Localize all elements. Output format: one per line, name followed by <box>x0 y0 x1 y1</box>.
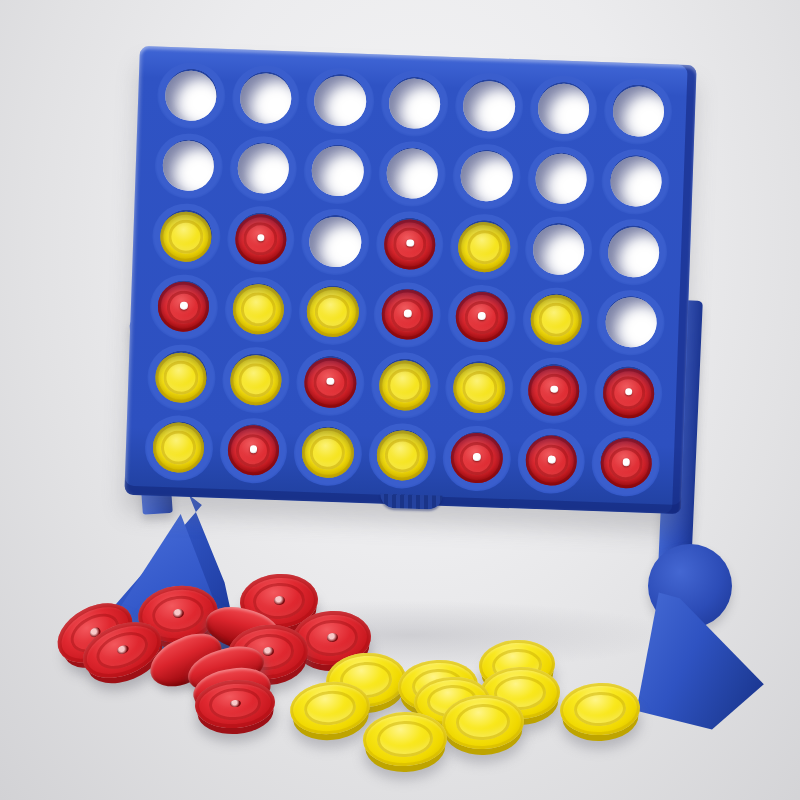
cell-row5-col1[interactable] <box>143 341 219 413</box>
yellow-disc-in-board <box>232 284 285 336</box>
empty-hole <box>388 78 441 130</box>
cell-row2-col4[interactable] <box>374 138 450 210</box>
cell-row5-col4[interactable] <box>367 349 443 421</box>
yellow-disc-in-board <box>152 422 205 474</box>
hole-rim <box>218 417 288 485</box>
hole-rim <box>226 205 296 273</box>
cell-row4-col1[interactable] <box>146 271 222 343</box>
cell-row3-col5[interactable] <box>446 211 522 283</box>
yellow-disc-in-board <box>301 427 354 479</box>
red-disc-in-board <box>455 292 508 344</box>
cell-row3-col4[interactable] <box>372 208 448 280</box>
hole-rim <box>516 427 586 495</box>
scene <box>0 0 800 800</box>
cell-row1-col2[interactable] <box>228 62 304 134</box>
cell-row2-col1[interactable] <box>151 130 227 202</box>
cell-row1-col5[interactable] <box>451 70 527 142</box>
cell-row6-col6[interactable] <box>513 425 589 497</box>
red-disc-in-board <box>599 438 652 490</box>
hole-rim <box>593 359 663 427</box>
cell-row5-col5[interactable] <box>441 352 517 424</box>
hole-rim <box>529 75 599 143</box>
hole-rim <box>228 135 298 203</box>
empty-hole <box>239 72 292 124</box>
red-disc-in-board <box>525 435 578 487</box>
empty-hole <box>532 224 585 276</box>
red-disc-in-board <box>602 367 655 419</box>
hole-rim <box>526 145 596 213</box>
yellow-disc-in-board <box>229 354 282 406</box>
hole-rim <box>591 430 661 498</box>
board-bottom-latch <box>380 494 442 510</box>
red-disc-in-board <box>157 281 210 333</box>
empty-hole <box>460 151 513 203</box>
board-grid <box>141 60 676 500</box>
hole-rim <box>149 273 219 341</box>
cell-row2-col7[interactable] <box>598 146 674 218</box>
hole-rim <box>151 203 221 271</box>
yellow-disc-in-board <box>376 430 429 482</box>
hole-rim <box>295 349 365 417</box>
yellow-disc-in-board <box>530 294 583 346</box>
hole-rim <box>303 137 373 205</box>
cell-row1-col7[interactable] <box>600 75 676 147</box>
cell-row3-col2[interactable] <box>223 203 299 275</box>
empty-hole <box>309 216 362 268</box>
hole-rim <box>521 286 591 354</box>
empty-hole <box>463 80 516 132</box>
hole-rim <box>144 414 214 482</box>
cell-row6-col4[interactable] <box>364 420 440 492</box>
cell-row6-col3[interactable] <box>290 417 366 489</box>
cell-row3-col1[interactable] <box>148 200 224 272</box>
yellow-disc-in-board <box>155 352 208 404</box>
cell-row3-col3[interactable] <box>297 206 373 278</box>
hole-rim <box>454 72 524 140</box>
yellow-disc-in-board <box>378 359 431 411</box>
empty-hole <box>165 70 218 122</box>
hole-rim <box>452 143 522 211</box>
cell-row5-col6[interactable] <box>516 354 592 426</box>
cell-row4-col2[interactable] <box>220 274 296 346</box>
yellow-disc-in-board <box>458 221 511 273</box>
hole-rim <box>367 422 437 490</box>
empty-hole <box>537 83 590 135</box>
cell-row5-col2[interactable] <box>218 344 294 416</box>
hole-rim <box>603 77 673 145</box>
yellow-disc-in-board <box>453 362 506 414</box>
connect-four-board <box>124 46 696 514</box>
cell-row2-col6[interactable] <box>523 143 599 215</box>
hole-rim <box>156 62 226 130</box>
hole-rim <box>298 278 368 346</box>
hole-rim <box>293 419 363 487</box>
cell-row4-col6[interactable] <box>518 284 594 356</box>
empty-hole <box>609 156 662 208</box>
hole-rim <box>300 208 370 276</box>
cell-row5-col3[interactable] <box>292 347 368 419</box>
hole-rim <box>231 64 301 132</box>
hole-rim <box>524 216 594 284</box>
hole-rim <box>305 67 375 135</box>
hole-rim <box>372 281 442 349</box>
cell-row4-col3[interactable] <box>295 276 371 348</box>
cell-row6-col5[interactable] <box>439 422 515 494</box>
empty-hole <box>535 153 588 205</box>
cell-row6-col7[interactable] <box>588 427 664 499</box>
cell-row4-col7[interactable] <box>593 287 669 359</box>
empty-hole <box>237 143 290 195</box>
cell-row1-col3[interactable] <box>302 65 378 137</box>
hole-rim <box>601 148 671 216</box>
hole-rim <box>519 356 589 424</box>
hole-rim <box>223 276 293 344</box>
hole-rim <box>447 283 517 351</box>
cell-row1-col6[interactable] <box>526 73 602 145</box>
loose-yellow-disc-6[interactable] <box>559 681 642 737</box>
cell-row5-col7[interactable] <box>590 357 666 429</box>
hole-rim <box>146 343 216 411</box>
hole-rim <box>221 346 291 414</box>
hole-rim <box>598 218 668 286</box>
loose-yellow-disc-8[interactable] <box>441 694 525 751</box>
hole-rim <box>449 213 519 281</box>
cell-row4-col4[interactable] <box>369 279 445 351</box>
hole-rim <box>375 210 445 278</box>
hole-rim <box>596 289 666 357</box>
hole-rim <box>154 132 224 200</box>
empty-hole <box>604 297 657 349</box>
cell-row2-col3[interactable] <box>300 135 376 207</box>
empty-hole <box>162 140 215 192</box>
cell-row3-col7[interactable] <box>595 216 671 288</box>
hole-rim <box>444 354 514 422</box>
cell-row2-col5[interactable] <box>449 140 525 212</box>
yellow-disc-in-board <box>306 286 359 338</box>
hole-rim <box>377 140 447 208</box>
red-disc-in-board <box>527 365 580 417</box>
empty-hole <box>607 226 660 278</box>
empty-hole <box>311 145 364 197</box>
hole-rim <box>380 69 450 137</box>
red-disc-in-board <box>450 432 503 484</box>
red-disc-in-board <box>234 213 287 265</box>
hole-rim <box>370 351 440 419</box>
empty-hole <box>386 148 439 200</box>
red-disc-in-board <box>381 289 434 341</box>
cell-row6-col2[interactable] <box>215 414 291 486</box>
red-disc-in-board <box>383 219 436 271</box>
red-disc-in-board <box>227 425 280 477</box>
cell-row3-col6[interactable] <box>521 213 597 285</box>
cell-row1-col4[interactable] <box>377 67 453 139</box>
yellow-disc-in-board <box>160 211 213 263</box>
empty-hole <box>314 75 367 127</box>
loose-yellow-disc-9[interactable] <box>362 711 448 768</box>
hole-rim <box>442 424 512 492</box>
empty-hole <box>612 85 665 137</box>
cell-row4-col5[interactable] <box>444 281 520 353</box>
cell-row2-col2[interactable] <box>225 133 301 205</box>
cell-row1-col1[interactable] <box>153 60 229 132</box>
red-disc-in-board <box>304 357 357 409</box>
cell-row6-col1[interactable] <box>141 412 217 484</box>
